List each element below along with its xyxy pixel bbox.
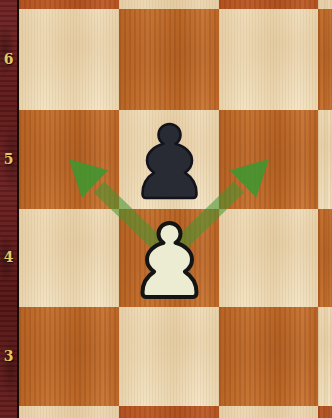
black-pawn-b5[interactable] (143, 124, 197, 198)
pieces-and-arrows-overlay (0, 0, 332, 418)
chess-board-diagram: 6 5 4 3 (0, 0, 332, 418)
